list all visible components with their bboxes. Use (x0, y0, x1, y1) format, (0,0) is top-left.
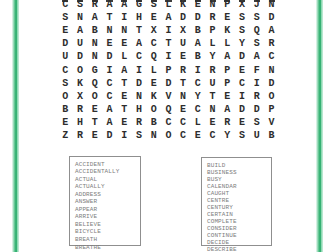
grid-cell: D (132, 77, 147, 90)
grid-cell: D (102, 51, 117, 64)
grid-cell: L (146, 64, 161, 77)
grid-cell: C (161, 116, 176, 129)
grid-cell: L (220, 38, 235, 51)
grid-cell: R (249, 90, 264, 103)
grid-cell: Q (249, 25, 264, 38)
grid-cell: B (87, 25, 102, 38)
grid-cell: U (58, 51, 73, 64)
word-list-item: BELIEVE (75, 221, 138, 229)
grid-cell: O (146, 103, 161, 116)
grid-cell: R (73, 103, 88, 116)
word-list-item: BREATHE (75, 244, 138, 252)
grid-cell: E (58, 116, 73, 129)
grid-cell: E (58, 25, 73, 38)
grid-cell: J (249, 0, 264, 12)
word-list-item: CONSIDER (207, 225, 269, 232)
grid-cell: R (73, 129, 88, 142)
grid-cell: O (87, 90, 102, 103)
grid-cell: Q (87, 77, 102, 90)
grid-cell: D (190, 12, 205, 25)
grid-cell: I (132, 64, 147, 77)
grid-cell: K (146, 90, 161, 103)
grid-cell: E (146, 12, 161, 25)
grid-cell: N (73, 12, 88, 25)
grid-cell: D (161, 77, 176, 90)
grid-cell: C (264, 51, 279, 64)
grid-cell: D (235, 51, 250, 64)
grid-cell: S (235, 129, 250, 142)
word-list-item: ARRIVE (75, 213, 138, 221)
grid-cell: P (205, 25, 220, 38)
grid-cell: C (58, 0, 73, 12)
grid-cell: A (264, 25, 279, 38)
grid-cell: D (58, 38, 73, 51)
grid-cell: N (264, 64, 279, 77)
grid-cell: E (117, 38, 132, 51)
grid-cell: L (117, 51, 132, 64)
grid-cell: R (176, 64, 191, 77)
grid-cell: P (220, 0, 235, 12)
grid-cell: E (87, 129, 102, 142)
grid-cell: E (176, 51, 191, 64)
grid-cell: C (190, 103, 205, 116)
word-list-item: ACCIDENT (75, 161, 138, 169)
grid-cell: F (249, 64, 264, 77)
grid-cell: E (220, 90, 235, 103)
grid-cell: C (132, 51, 147, 64)
grid-cell: B (190, 25, 205, 38)
word-list-item: BUSINESS (207, 169, 269, 176)
grid-cell: D (264, 12, 279, 25)
grid-cell: T (117, 103, 132, 116)
grid-cell: T (102, 12, 117, 25)
grid-cell: X (235, 0, 250, 12)
grid-cell: D (73, 51, 88, 64)
grid-cell: C (190, 77, 205, 90)
grid-cell: H (132, 12, 147, 25)
grid-cell: S (132, 129, 147, 142)
word-list-item: BREATH (75, 236, 138, 244)
word-list-item: APPEAR (75, 206, 138, 214)
grid-cell: E (102, 38, 117, 51)
grid-cell: I (102, 64, 117, 77)
grid-cell: N (176, 90, 191, 103)
grid-cell: N (87, 38, 102, 51)
grid-cell: T (176, 77, 191, 90)
grid-cell: E (220, 12, 235, 25)
grid-cell: I (117, 129, 132, 142)
grid-cell: P (264, 103, 279, 116)
grid-cell: Y (190, 90, 205, 103)
grid-cell: X (73, 90, 88, 103)
grid-cell: I (117, 12, 132, 25)
grid-cell: N (117, 25, 132, 38)
grid-cell: H (73, 116, 88, 129)
grid-cell: S (249, 38, 264, 51)
grid-cell: N (132, 90, 147, 103)
grid-cell: A (220, 51, 235, 64)
grid-cell: N (102, 25, 117, 38)
grid-cell: I (190, 64, 205, 77)
grid-cell: E (117, 90, 132, 103)
grid-cell: L (205, 38, 220, 51)
green-ribbon-right (316, 0, 323, 252)
grid-cell: T (205, 90, 220, 103)
grid-cell: A (132, 38, 147, 51)
grid-cell: N (146, 129, 161, 142)
grid-cell: S (235, 25, 250, 38)
grid-cell: T (87, 116, 102, 129)
grid-cell: X (146, 25, 161, 38)
grid-cell: A (190, 38, 205, 51)
grid-cell: B (264, 129, 279, 142)
grid-cell: A (102, 116, 117, 129)
grid-cell: H (132, 103, 147, 116)
grid-cell: R (220, 116, 235, 129)
grid-cell: A (102, 103, 117, 116)
grid-cell: B (190, 51, 205, 64)
grid-cell: Q (161, 103, 176, 116)
word-search-grid: CSRAAGSLKENPXJNSNATIHEADDRESSDEABNNTXIXB… (58, 0, 279, 143)
grid-cell: Y (205, 51, 220, 64)
grid-cell: B (58, 103, 73, 116)
word-list-item: BICYCLE (75, 228, 138, 236)
grid-cell: N (205, 0, 220, 12)
word-list-item: BUSY (207, 176, 269, 183)
word-list-box-left: ACCIDENTACCIDENTALLYACTUALACTUALLYADDRES… (69, 156, 141, 246)
grid-cell: P (220, 64, 235, 77)
grid-cell: I (235, 90, 250, 103)
grid-cell: C (58, 64, 73, 77)
word-list-right: BUILDBUSINESSBUSYCALENDARCAUGHTCENTRECEN… (207, 162, 269, 252)
grid-cell: L (161, 0, 176, 12)
grid-cell: R (264, 38, 279, 51)
grid-cell: S (249, 116, 264, 129)
grid-cell: V (264, 116, 279, 129)
grid-cell: P (220, 77, 235, 90)
grid-cell: C (146, 38, 161, 51)
grid-cell: A (249, 51, 264, 64)
grid-cell: Y (220, 129, 235, 142)
grid-cell: K (176, 0, 191, 12)
grid-cell: D (176, 12, 191, 25)
grid-cell: A (117, 0, 132, 12)
word-list-item: CENTRE (207, 197, 269, 204)
grid-cell: C (102, 77, 117, 90)
grid-cell: O (58, 90, 73, 103)
word-list-item: BUILD (207, 162, 269, 169)
grid-cell: S (58, 12, 73, 25)
grid-cell: L (190, 116, 205, 129)
grid-cell: E (176, 103, 191, 116)
grid-cell: U (176, 38, 191, 51)
grid-cell: E (205, 116, 220, 129)
grid-cell: D (235, 103, 250, 116)
word-list-item: DESCRIBE (207, 246, 269, 252)
grid-cell: C (235, 77, 250, 90)
grid-cell: C (102, 90, 117, 103)
grid-cell: E (235, 116, 250, 129)
grid-cell: R (132, 116, 147, 129)
word-list-item: ANSWER (75, 198, 138, 206)
grid-cell: O (264, 90, 279, 103)
grid-cell: B (146, 116, 161, 129)
grid-cell: A (102, 0, 117, 12)
grid-cell: C (176, 129, 191, 142)
grid-cell: S (73, 0, 88, 12)
grid-cell: E (87, 103, 102, 116)
grid-cell: K (73, 77, 88, 90)
grid-cell: U (249, 129, 264, 142)
grid-cell: O (161, 129, 176, 142)
grid-cell: C (176, 116, 191, 129)
word-list-item: CENTURY (207, 204, 269, 211)
grid-cell: E (190, 0, 205, 12)
word-list-item: ADDRESS (75, 191, 138, 199)
grid-cell: I (161, 51, 176, 64)
grid-cell: V (161, 90, 176, 103)
grid-cell: E (190, 129, 205, 142)
grid-cell: Z (58, 129, 73, 142)
grid-cell: E (117, 116, 132, 129)
word-list-item: CAUGHT (207, 190, 269, 197)
word-list-item: ACTUALLY (75, 183, 138, 191)
grid-cell: E (146, 77, 161, 90)
grid-cell: O (73, 64, 88, 77)
grid-cell: K (220, 25, 235, 38)
grid-cell: U (73, 38, 88, 51)
grid-cell: S (249, 12, 264, 25)
grid-cell: R (205, 64, 220, 77)
grid-cell: D (264, 77, 279, 90)
grid-cell: A (73, 25, 88, 38)
grid-cell: D (249, 103, 264, 116)
word-list-item: CERTAIN (207, 211, 269, 218)
grid-cell: I (249, 77, 264, 90)
grid-cell: C (205, 129, 220, 142)
grid-cell: E (235, 64, 250, 77)
word-list-item: CALENDAR (207, 183, 269, 190)
grid-cell: S (146, 0, 161, 12)
grid-cell: N (264, 0, 279, 12)
grid-cell: T (132, 25, 147, 38)
grid-cell: S (235, 12, 250, 25)
grid-cell: N (205, 103, 220, 116)
grid-cell: X (176, 25, 191, 38)
grid-cell: A (161, 12, 176, 25)
grid-cell: R (205, 12, 220, 25)
grid-cell: P (161, 64, 176, 77)
grid-cell: A (87, 12, 102, 25)
grid-cell: Y (235, 38, 250, 51)
grid-cell: G (87, 64, 102, 77)
grid-cell: R (87, 0, 102, 12)
grid-cell: U (205, 77, 220, 90)
grid-cell: A (117, 64, 132, 77)
grid-cell: T (161, 38, 176, 51)
word-list-item: COMPLETE (207, 218, 269, 225)
word-list-left: ACCIDENTACCIDENTALLYACTUALACTUALLYADDRES… (75, 161, 138, 252)
grid-cell: A (220, 103, 235, 116)
word-list-box-right: BUILDBUSINESSBUSYCALENDARCAUGHTCENTRECEN… (201, 157, 272, 246)
grid-cell: N (87, 51, 102, 64)
grid-cell: S (58, 77, 73, 90)
grid-cell: Q (146, 51, 161, 64)
word-list-item: CONTINUE (207, 232, 269, 239)
grid-cell: I (161, 25, 176, 38)
grid-cell: G (132, 0, 147, 12)
grid-cell: T (117, 77, 132, 90)
grid-cell: D (102, 129, 117, 142)
word-list-item: ACTUAL (75, 176, 138, 184)
word-list-item: ACCIDENTALLY (75, 168, 138, 176)
word-list-item: DECIDE (207, 239, 269, 246)
green-ribbon-left (12, 0, 19, 252)
